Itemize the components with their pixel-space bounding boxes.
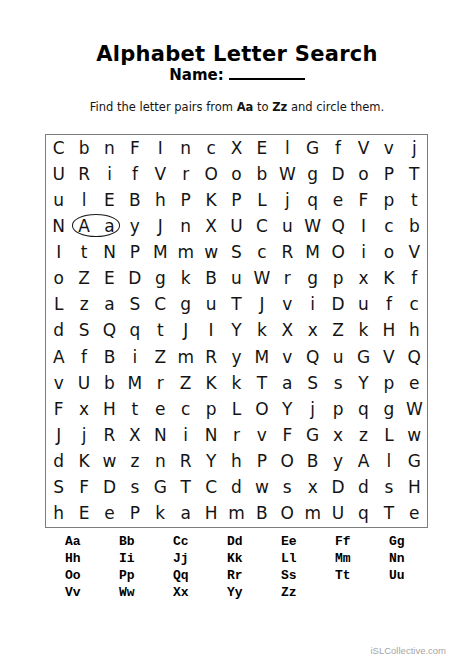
grid-cell: b <box>402 213 427 239</box>
grid-cell: e <box>402 501 427 527</box>
grid-cell: H <box>97 396 122 422</box>
grid-cell: s <box>275 475 300 501</box>
grid-cell: l <box>71 187 96 213</box>
letter-pair: Uu <box>383 567 437 584</box>
grid-cell: u <box>224 266 249 292</box>
grid-cell: F <box>275 422 300 448</box>
letter-pair: Ss <box>275 567 329 584</box>
letter-pair: Qq <box>167 567 221 584</box>
grid-cell: Z <box>173 370 198 396</box>
grid-cell: D <box>325 161 350 187</box>
grid-cell: J <box>249 292 274 318</box>
grid-cell: C <box>249 213 274 239</box>
grid-cell: i <box>300 292 325 318</box>
grid-cell: A <box>71 213 96 239</box>
letter-pair: Aa <box>59 533 113 550</box>
grid-cell: d <box>351 475 376 501</box>
grid-cell: k <box>351 318 376 344</box>
grid-cell: Q <box>97 318 122 344</box>
grid-cell: q <box>300 187 325 213</box>
grid-cell: Y <box>351 370 376 396</box>
letter-pair: Vv <box>59 584 113 601</box>
letter-pair: Nn <box>383 550 437 567</box>
grid-cell: W <box>249 266 274 292</box>
grid-cell: P <box>249 449 274 475</box>
grid-cell: Y <box>275 396 300 422</box>
grid-cell: J <box>148 213 173 239</box>
grid-cell: r <box>148 370 173 396</box>
grid-cell: b <box>97 370 122 396</box>
grid-cell: s <box>325 370 350 396</box>
grid-cell: e <box>325 187 350 213</box>
grid-cell: m <box>224 501 249 527</box>
grid-cell: v <box>275 344 300 370</box>
grid-cell: n <box>97 135 122 161</box>
letter-pair: Xx <box>167 584 221 601</box>
grid-cell: y <box>224 344 249 370</box>
grid-cell: v <box>46 370 71 396</box>
grid-cell: z <box>71 292 96 318</box>
grid-cell: Z <box>325 318 350 344</box>
name-label: Name: <box>169 66 223 84</box>
grid-cell: B <box>300 449 325 475</box>
instruction-text: Find the letter pairs from Aa to Zz and … <box>0 100 474 114</box>
grid-cell: z <box>122 449 147 475</box>
grid-cell: m <box>300 501 325 527</box>
grid-cell: a <box>173 501 198 527</box>
grid-cell: Y <box>198 449 223 475</box>
grid-cell: G <box>351 344 376 370</box>
grid-cell: O <box>275 501 300 527</box>
grid-cell: B <box>249 501 274 527</box>
grid-cell: G <box>402 449 427 475</box>
grid-cell: Q <box>300 344 325 370</box>
grid-cell: w <box>198 240 223 266</box>
grid-cell: E <box>71 501 96 527</box>
grid-cell: B <box>198 266 223 292</box>
grid-cell: h <box>46 501 71 527</box>
grid-cell: t <box>148 318 173 344</box>
grid-cell: M <box>249 344 274 370</box>
grid-cell: O <box>198 161 223 187</box>
letter-pairs-checklist: AaBbCcDdEeFfGgHhIiJjKkLlMmNnOoPpQqRrSsTt… <box>59 533 437 601</box>
grid-cell: d <box>46 318 71 344</box>
grid-cell: w <box>97 449 122 475</box>
letter-pair: Oo <box>59 567 113 584</box>
grid-cell: x <box>300 318 325 344</box>
grid-cell: d <box>46 449 71 475</box>
grid-cell: C <box>148 292 173 318</box>
grid-cell: K <box>198 187 223 213</box>
grid-cell: S <box>122 292 147 318</box>
letter-pair: Yy <box>221 584 275 601</box>
letter-pair: Jj <box>167 550 221 567</box>
grid-cell: n <box>173 135 198 161</box>
grid-cell: u <box>351 292 376 318</box>
grid-cell: j <box>402 135 427 161</box>
instruction-suffix: and circle them. <box>287 100 384 114</box>
grid-cell: f <box>402 266 427 292</box>
grid-cell: H <box>402 475 427 501</box>
grid-cell: t <box>71 240 96 266</box>
grid-cell: n <box>148 449 173 475</box>
grid-cell: q <box>351 396 376 422</box>
grid-cell: P <box>122 501 147 527</box>
grid-cell: y <box>325 449 350 475</box>
grid-cell: M <box>122 370 147 396</box>
grid-cell: X <box>224 135 249 161</box>
letter-pair: Ll <box>275 550 329 567</box>
instruction-end-pair: Zz <box>272 100 287 114</box>
grid-cell: t <box>122 396 147 422</box>
page-title: Alphabet Letter Search <box>0 42 474 66</box>
grid-cell: e <box>148 396 173 422</box>
grid-cell: B <box>97 344 122 370</box>
grid-cell: X <box>198 213 223 239</box>
grid-cell: P <box>173 187 198 213</box>
grid-cell: x <box>300 475 325 501</box>
grid-cell: b <box>249 161 274 187</box>
grid-cell: L <box>224 396 249 422</box>
grid-cell: u <box>325 344 350 370</box>
grid-cell: T <box>173 475 198 501</box>
grid-cell: c <box>376 213 401 239</box>
letter-pair: Ii <box>113 550 167 567</box>
grid-cell: e <box>97 501 122 527</box>
grid-cell: V <box>351 135 376 161</box>
grid-cell: k <box>249 318 274 344</box>
grid-cell: W <box>300 213 325 239</box>
grid-cell: n <box>173 213 198 239</box>
grid-cell: T <box>224 292 249 318</box>
grid-cell: h <box>148 187 173 213</box>
grid-cell: i <box>122 344 147 370</box>
instruction-middle: to <box>253 100 272 114</box>
grid-cell: P <box>376 161 401 187</box>
grid-cell: p <box>325 266 350 292</box>
grid-cell: p <box>376 187 401 213</box>
grid-cell: g <box>300 161 325 187</box>
grid-cell: K <box>71 449 96 475</box>
grid-cell: T <box>376 501 401 527</box>
letter-pair: Bb <box>113 533 167 550</box>
grid-cell: I <box>46 240 71 266</box>
grid-cell: p <box>198 396 223 422</box>
grid-cell: X <box>275 318 300 344</box>
letter-pair: Rr <box>221 567 275 584</box>
letter-pair: Mm <box>329 550 383 567</box>
grid-cell: q <box>122 318 147 344</box>
grid-cell: k <box>173 266 198 292</box>
grid-cell: D <box>97 475 122 501</box>
grid-cell: c <box>402 292 427 318</box>
grid-cell: y <box>122 213 147 239</box>
grid-cell: U <box>46 161 71 187</box>
grid-cell: o <box>46 266 71 292</box>
grid-cell: S <box>46 475 71 501</box>
grid-cell: Q <box>325 213 350 239</box>
grid-cell: M <box>300 240 325 266</box>
grid-cell: k <box>224 370 249 396</box>
grid-cell: j <box>300 396 325 422</box>
grid-cell: Z <box>148 344 173 370</box>
grid-cell: Q <box>402 344 427 370</box>
grid-cell: K <box>376 266 401 292</box>
grid-cell: j <box>71 422 96 448</box>
grid-cell: V <box>402 240 427 266</box>
grid-cell: R <box>97 422 122 448</box>
grid-cell: r <box>173 161 198 187</box>
grid-cell: G <box>148 475 173 501</box>
grid-cell: j <box>275 187 300 213</box>
grid-cell: G <box>300 422 325 448</box>
instruction-start-pair: Aa <box>237 100 254 114</box>
grid-cell: A <box>351 449 376 475</box>
grid-cell: F <box>351 187 376 213</box>
grid-cell: K <box>198 370 223 396</box>
grid-cell: N <box>148 422 173 448</box>
grid-cell: Y <box>224 318 249 344</box>
grid-cell: V <box>376 344 401 370</box>
grid-cell: W <box>275 161 300 187</box>
grid-cell: u <box>275 213 300 239</box>
grid-cell: C <box>198 475 223 501</box>
grid-cell: I <box>148 135 173 161</box>
grid-cell: M <box>148 240 173 266</box>
letter-grid: CbnFIncXElGfVvjURifVrOobWgDoPTulEBhPKPLj… <box>45 134 428 528</box>
grid-cell: S <box>224 240 249 266</box>
grid-cell: R <box>173 449 198 475</box>
grid-cell: b <box>71 135 96 161</box>
instruction-prefix: Find the letter pairs from <box>90 100 237 114</box>
grid-cell: k <box>148 501 173 527</box>
grid-cell: v <box>275 292 300 318</box>
grid-cell: g <box>376 396 401 422</box>
grid-cell: T <box>402 161 427 187</box>
grid-cell: L <box>46 292 71 318</box>
grid-cell: u <box>46 187 71 213</box>
name-line: Name: <box>0 66 474 84</box>
grid-cell: G <box>300 135 325 161</box>
grid-cell: U <box>224 213 249 239</box>
grid-cell: U <box>71 370 96 396</box>
grid-cell: p <box>376 370 401 396</box>
grid-cell: F <box>46 396 71 422</box>
grid-cell: g <box>148 266 173 292</box>
grid-cell: F <box>122 135 147 161</box>
grid-cell: R <box>71 161 96 187</box>
grid-cell: w <box>402 422 427 448</box>
grid-cell: g <box>173 292 198 318</box>
grid-cell: H <box>376 318 401 344</box>
grid-cell: W <box>402 396 427 422</box>
grid-cell: i <box>351 240 376 266</box>
grid-cell: E <box>97 266 122 292</box>
grid-cell: c <box>249 240 274 266</box>
grid-cell: x <box>325 422 350 448</box>
grid-cell: X <box>122 422 147 448</box>
grid-cell: v <box>249 422 274 448</box>
grid-cell: e <box>402 370 427 396</box>
letter-search-board: CbnFIncXElGfVvjURifVrOobWgDoPTulEBhPKPLj… <box>45 134 428 528</box>
grid-cell: N <box>198 422 223 448</box>
letter-pair: Ff <box>329 533 383 550</box>
grid-cell: l <box>376 449 401 475</box>
grid-cell: m <box>173 344 198 370</box>
grid-cell: f <box>376 292 401 318</box>
name-blank-line <box>229 66 305 80</box>
grid-cell: z <box>351 422 376 448</box>
grid-cell: N <box>97 240 122 266</box>
grid-cell: x <box>351 266 376 292</box>
grid-cell: O <box>249 396 274 422</box>
grid-cell: o <box>224 161 249 187</box>
grid-cell: I <box>198 318 223 344</box>
grid-cell: D <box>122 266 147 292</box>
letter-pair: Zz <box>275 584 329 601</box>
grid-cell: J <box>46 422 71 448</box>
grid-cell: o <box>351 161 376 187</box>
grid-cell: U <box>325 501 350 527</box>
grid-cell: p <box>325 396 350 422</box>
grid-cell: f <box>325 135 350 161</box>
letter-pair: Hh <box>59 550 113 567</box>
grid-cell: q <box>351 501 376 527</box>
grid-cell: g <box>300 266 325 292</box>
grid-cell: D <box>325 292 350 318</box>
grid-cell: H <box>198 501 223 527</box>
grid-cell: O <box>275 449 300 475</box>
letter-pair: Tt <box>329 567 383 584</box>
grid-cell: D <box>325 475 350 501</box>
grid-cell: Z <box>71 266 96 292</box>
grid-cell: r <box>224 422 249 448</box>
grid-cell: L <box>249 187 274 213</box>
grid-cell: S <box>71 318 96 344</box>
letter-pair: Ww <box>113 584 167 601</box>
grid-cell: h <box>224 449 249 475</box>
grid-cell: B <box>122 187 147 213</box>
grid-cell: E <box>249 135 274 161</box>
grid-cell: a <box>97 292 122 318</box>
grid-cell: I <box>351 213 376 239</box>
grid-cell: t <box>402 187 427 213</box>
letter-pair: Dd <box>221 533 275 550</box>
grid-cell: x <box>71 396 96 422</box>
letter-pair: Cc <box>167 533 221 550</box>
grid-cell: V <box>148 161 173 187</box>
grid-cell: r <box>275 266 300 292</box>
grid-cell: l <box>275 135 300 161</box>
grid-cell: c <box>173 396 198 422</box>
grid-cell: O <box>325 240 350 266</box>
source-credit: iSLCollective.com <box>371 645 447 656</box>
grid-cell: f <box>71 344 96 370</box>
grid-cell: v <box>376 135 401 161</box>
grid-cell: F <box>71 475 96 501</box>
grid-cell: h <box>402 318 427 344</box>
grid-cell: P <box>122 240 147 266</box>
grid-cell: T <box>249 370 274 396</box>
grid-cell: c <box>198 135 223 161</box>
grid-cell: s <box>122 475 147 501</box>
grid-cell: L <box>376 422 401 448</box>
grid-cell: S <box>300 370 325 396</box>
grid-cell: J <box>173 318 198 344</box>
grid-cell: P <box>224 187 249 213</box>
grid-cell: E <box>97 187 122 213</box>
grid-cell: i <box>97 161 122 187</box>
grid-cell: R <box>275 240 300 266</box>
grid-cell: R <box>198 344 223 370</box>
grid-cell: w <box>249 475 274 501</box>
letter-pair: Kk <box>221 550 275 567</box>
grid-cell: o <box>376 240 401 266</box>
grid-cell: i <box>173 422 198 448</box>
letter-pair: Pp <box>113 567 167 584</box>
grid-cell: m <box>173 240 198 266</box>
grid-cell: N <box>46 213 71 239</box>
grid-cell: a <box>275 370 300 396</box>
grid-cell: d <box>224 475 249 501</box>
letter-pair: Gg <box>383 533 437 550</box>
grid-cell: f <box>122 161 147 187</box>
letter-pair: Ee <box>275 533 329 550</box>
grid-cell: s <box>376 475 401 501</box>
grid-cell: A <box>46 344 71 370</box>
grid-cell: C <box>46 135 71 161</box>
grid-cell: u <box>198 292 223 318</box>
grid-cell: a <box>97 213 122 239</box>
